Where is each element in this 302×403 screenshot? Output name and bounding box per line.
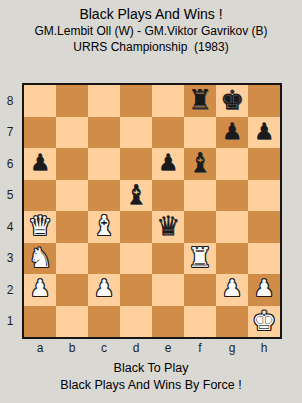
file-label-a: a	[24, 340, 56, 355]
chess-puzzle-window: Black Plays And Wins ! GM.Lembit Oll (W)…	[0, 0, 302, 403]
file-labels: abcdefgh	[24, 340, 280, 355]
black-bishop-f6[interactable]: ♝	[188, 149, 212, 176]
square-e2[interactable]	[152, 274, 184, 306]
square-e1[interactable]	[152, 306, 184, 338]
square-g5[interactable]	[216, 180, 248, 212]
square-g6[interactable]	[216, 148, 248, 180]
square-c5[interactable]	[88, 180, 120, 212]
white-pawn-h2[interactable]: ♟	[254, 277, 275, 300]
square-g1[interactable]	[216, 306, 248, 338]
side-to-move-text: Black To Play	[0, 360, 302, 377]
square-c6[interactable]	[88, 148, 120, 180]
square-a6[interactable]: ♟	[24, 148, 56, 180]
rank-label-4: 4	[2, 211, 18, 243]
square-f5[interactable]	[184, 180, 216, 212]
white-bishop-c4[interactable]: ♝	[92, 212, 116, 239]
square-f1[interactable]	[184, 306, 216, 338]
square-g7[interactable]: ♟	[216, 117, 248, 149]
file-label-h: h	[248, 340, 280, 355]
square-b6[interactable]	[56, 148, 88, 180]
puzzle-instruction-text: Black Plays And Wins By Force !	[0, 377, 302, 394]
square-e3[interactable]	[152, 243, 184, 275]
square-b2[interactable]	[56, 274, 88, 306]
square-e4[interactable]: ♛	[152, 211, 184, 243]
rank-label-7: 7	[2, 117, 18, 149]
white-pawn-g2[interactable]: ♟	[222, 277, 243, 300]
rank-label-2: 2	[2, 274, 18, 306]
square-d8[interactable]	[120, 85, 152, 117]
rank-label-5: 5	[2, 180, 18, 212]
white-king-h1[interactable]: ♚	[252, 307, 276, 334]
square-a7[interactable]	[24, 117, 56, 149]
square-b1[interactable]	[56, 306, 88, 338]
square-c4[interactable]: ♝	[88, 211, 120, 243]
square-a4[interactable]: ♛	[24, 211, 56, 243]
square-f8[interactable]: ♜	[184, 85, 216, 117]
white-knight-a3[interactable]: ♞	[28, 244, 52, 271]
square-e5[interactable]	[152, 180, 184, 212]
players-line: GM.Lembit Oll (W) - GM.Viktor Gavrikov (…	[0, 23, 302, 39]
file-label-e: e	[152, 340, 184, 355]
black-bishop-d5[interactable]: ♝	[124, 181, 148, 208]
square-f4[interactable]	[184, 211, 216, 243]
file-label-d: d	[120, 340, 152, 355]
square-a8[interactable]	[24, 85, 56, 117]
puzzle-footer: Black To Play Black Plays And Wins By Fo…	[0, 360, 302, 394]
square-b5[interactable]	[56, 180, 88, 212]
square-c2[interactable]: ♟	[88, 274, 120, 306]
square-d2[interactable]	[120, 274, 152, 306]
square-a3[interactable]: ♞	[24, 243, 56, 275]
square-g2[interactable]: ♟	[216, 274, 248, 306]
square-e7[interactable]	[152, 117, 184, 149]
square-g4[interactable]	[216, 211, 248, 243]
square-c8[interactable]	[88, 85, 120, 117]
puzzle-header: Black Plays And Wins ! GM.Lembit Oll (W)…	[0, 6, 302, 55]
event-line: URRS Championship (1983)	[0, 39, 302, 55]
square-b4[interactable]	[56, 211, 88, 243]
square-h8[interactable]	[248, 85, 280, 117]
square-h1[interactable]: ♚	[248, 306, 280, 338]
file-label-b: b	[56, 340, 88, 355]
black-rook-f8[interactable]: ♜	[188, 86, 212, 113]
file-label-g: g	[216, 340, 248, 355]
square-h2[interactable]: ♟	[248, 274, 280, 306]
square-g8[interactable]: ♚	[216, 85, 248, 117]
square-f3[interactable]: ♜	[184, 243, 216, 275]
square-f6[interactable]: ♝	[184, 148, 216, 180]
square-a2[interactable]: ♟	[24, 274, 56, 306]
square-a1[interactable]	[24, 306, 56, 338]
file-label-f: f	[184, 340, 216, 355]
square-e8[interactable]	[152, 85, 184, 117]
black-pawn-a6[interactable]: ♟	[30, 151, 51, 174]
square-b8[interactable]	[56, 85, 88, 117]
rank-labels: 87654321	[2, 85, 18, 337]
rank-label-8: 8	[2, 85, 18, 117]
square-d7[interactable]	[120, 117, 152, 149]
black-queen-e4[interactable]: ♛	[156, 212, 180, 239]
square-d5[interactable]: ♝	[120, 180, 152, 212]
white-pawn-a2[interactable]: ♟	[30, 277, 51, 300]
square-c1[interactable]	[88, 306, 120, 338]
black-pawn-e6[interactable]: ♟	[158, 151, 179, 174]
square-d1[interactable]	[120, 306, 152, 338]
square-c7[interactable]	[88, 117, 120, 149]
black-king-g8[interactable]: ♚	[220, 86, 244, 113]
square-c3[interactable]	[88, 243, 120, 275]
square-e6[interactable]: ♟	[152, 148, 184, 180]
square-f7[interactable]	[184, 117, 216, 149]
black-pawn-h7[interactable]: ♟	[254, 120, 275, 143]
puzzle-title: Black Plays And Wins !	[0, 6, 302, 23]
square-h5[interactable]	[248, 180, 280, 212]
square-h4[interactable]	[248, 211, 280, 243]
black-pawn-g7[interactable]: ♟	[222, 120, 243, 143]
white-rook-f3[interactable]: ♜	[188, 244, 212, 271]
white-queen-a4[interactable]: ♛	[28, 212, 52, 239]
square-h7[interactable]: ♟	[248, 117, 280, 149]
square-h3[interactable]	[248, 243, 280, 275]
square-d6[interactable]	[120, 148, 152, 180]
white-pawn-c2[interactable]: ♟	[94, 277, 115, 300]
rank-label-1: 1	[2, 306, 18, 338]
square-d3[interactable]	[120, 243, 152, 275]
rank-label-3: 3	[2, 243, 18, 275]
square-b7[interactable]	[56, 117, 88, 149]
square-g3[interactable]	[216, 243, 248, 275]
square-a5[interactable]	[24, 180, 56, 212]
chess-board: ♜♚♟♟♟♟♝♝♛♝♛♞♜♟♟♟♟♚	[22, 83, 282, 339]
file-label-c: c	[88, 340, 120, 355]
square-f2[interactable]	[184, 274, 216, 306]
square-d4[interactable]	[120, 211, 152, 243]
rank-label-6: 6	[2, 148, 18, 180]
square-h6[interactable]	[248, 148, 280, 180]
square-b3[interactable]	[56, 243, 88, 275]
